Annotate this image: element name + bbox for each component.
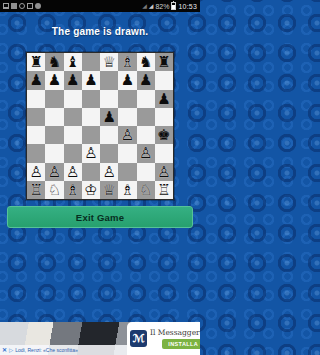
square-g7[interactable]: ♟ (137, 71, 155, 89)
square-e5[interactable]: ♟ (100, 108, 118, 126)
square-d4[interactable] (82, 126, 100, 144)
piece-black-pawn: ♟ (66, 71, 79, 89)
square-d2[interactable] (82, 163, 100, 181)
piece-white-pawn: ♙ (84, 144, 97, 162)
piece-black-rook: ♜ (157, 53, 170, 71)
piece-black-pawn: ♟ (102, 108, 115, 126)
square-d3[interactable]: ♙ (82, 144, 100, 162)
piece-white-rook: ♖ (157, 181, 170, 199)
square-a4[interactable] (27, 126, 45, 144)
ad-brand-text: Il Messaggero (150, 328, 200, 337)
game-result-text: The game is drawn. (0, 26, 200, 37)
square-f5[interactable] (118, 108, 136, 126)
square-g4[interactable] (137, 126, 155, 144)
square-f6[interactable] (118, 90, 136, 108)
square-e1[interactable]: ♕ (100, 181, 118, 199)
piece-black-bishop: ♝ (66, 53, 79, 71)
piece-white-bishop: ♗ (121, 53, 134, 71)
chess-board: ♜♞♝♕♗♞♜♟♟♟♟♟♟♟♟♙♚♙♙♙♙♙♙♙♖♘♗♔♕♗♘♖ (26, 52, 174, 200)
piece-black-pawn: ♟ (139, 71, 152, 89)
install-button[interactable]: INSTALLA (162, 339, 200, 349)
piece-white-knight: ♘ (139, 181, 152, 199)
clock-text: 10:53 (178, 3, 197, 10)
square-f1[interactable]: ♗ (118, 181, 136, 199)
piece-white-pawn: ♙ (29, 163, 42, 181)
square-a3[interactable] (27, 144, 45, 162)
square-h2[interactable]: ♙ (155, 163, 173, 181)
close-icon[interactable]: ✕ (2, 347, 7, 353)
piece-black-knight: ♞ (139, 53, 152, 71)
square-g8[interactable]: ♞ (137, 53, 155, 71)
piece-white-pawn: ♙ (66, 163, 79, 181)
square-d7[interactable]: ♟ (82, 71, 100, 89)
square-e2[interactable]: ♙ (100, 163, 118, 181)
square-e7[interactable] (100, 71, 118, 89)
square-b2[interactable]: ♙ (45, 163, 63, 181)
square-b3[interactable] (45, 144, 63, 162)
piece-white-queen: ♕ (102, 181, 115, 199)
square-c1[interactable]: ♗ (64, 181, 82, 199)
piece-white-knight: ♘ (48, 181, 61, 199)
piece-white-pawn: ♙ (157, 163, 170, 181)
ad-card[interactable]: ℳ Il Messaggero INSTALLA (127, 322, 200, 355)
square-a2[interactable]: ♙ (27, 163, 45, 181)
square-g2[interactable] (137, 163, 155, 181)
app-notification-icon (11, 3, 17, 9)
square-g6[interactable] (137, 90, 155, 108)
piece-black-knight: ♞ (48, 53, 61, 71)
square-h1[interactable]: ♖ (155, 181, 173, 199)
square-d6[interactable] (82, 90, 100, 108)
square-d8[interactable] (82, 53, 100, 71)
square-f4[interactable]: ♙ (118, 126, 136, 144)
piece-white-pawn: ♙ (48, 163, 61, 181)
square-h4[interactable]: ♚ (155, 126, 173, 144)
square-a1[interactable]: ♖ (27, 181, 45, 199)
square-e8[interactable]: ♕ (100, 53, 118, 71)
square-c2[interactable]: ♙ (64, 163, 82, 181)
ad-caption-strip: ✕ ▷ Lodi, Renzi: «Che sconfitta» (0, 345, 128, 355)
piece-black-pawn: ♟ (84, 71, 97, 89)
square-f8[interactable]: ♗ (118, 53, 136, 71)
square-d1[interactable]: ♔ (82, 181, 100, 199)
signal-icon: ◢ (149, 3, 154, 9)
square-b5[interactable] (45, 108, 63, 126)
adchoices-icon[interactable]: ▷ (9, 347, 13, 353)
square-b6[interactable] (45, 90, 63, 108)
piece-white-king: ♔ (84, 181, 97, 199)
gear-icon (35, 3, 41, 9)
square-b4[interactable] (45, 126, 63, 144)
app-notification-icon-2 (27, 3, 33, 9)
square-c5[interactable] (64, 108, 82, 126)
square-a6[interactable] (27, 90, 45, 108)
piece-black-pawn: ♟ (157, 90, 170, 108)
square-h3[interactable] (155, 144, 173, 162)
alarm-icon (19, 3, 25, 9)
piece-black-pawn: ♟ (29, 71, 42, 89)
square-a7[interactable]: ♟ (27, 71, 45, 89)
piece-white-pawn: ♙ (139, 144, 152, 162)
square-d5[interactable] (82, 108, 100, 126)
square-b8[interactable]: ♞ (45, 53, 63, 71)
square-g1[interactable]: ♘ (137, 181, 155, 199)
square-c4[interactable] (64, 126, 82, 144)
square-a8[interactable]: ♜ (27, 53, 45, 71)
square-e6[interactable] (100, 90, 118, 108)
piece-white-pawn: ♙ (102, 163, 115, 181)
square-c3[interactable] (64, 144, 82, 162)
square-h6[interactable]: ♟ (155, 90, 173, 108)
square-c7[interactable]: ♟ (64, 71, 82, 89)
status-indicators: ◢ ◢ 82% 10:53 (142, 2, 197, 10)
square-h8[interactable]: ♜ (155, 53, 173, 71)
il-messaggero-logo: ℳ (130, 330, 147, 347)
battery-icon (171, 2, 176, 10)
piece-white-bishop: ♗ (66, 181, 79, 199)
square-f3[interactable] (118, 144, 136, 162)
square-g3[interactable]: ♙ (137, 144, 155, 162)
ad-caption-text: Lodi, Renzi: «Che sconfitta» (15, 347, 78, 353)
piece-black-king: ♚ (157, 126, 170, 144)
wifi-icon: ◢ (142, 3, 147, 9)
square-b7[interactable]: ♟ (45, 71, 63, 89)
square-c8[interactable]: ♝ (64, 53, 82, 71)
piece-black-rook: ♜ (29, 53, 42, 71)
status-bar: ◢ ◢ 82% 10:53 (0, 0, 200, 12)
ad-banner[interactable]: ✕ ▷ Lodi, Renzi: «Che sconfitta» ℳ Il Me… (0, 322, 200, 355)
square-g5[interactable] (137, 108, 155, 126)
screenshot-icon (3, 3, 9, 9)
exit-game-button[interactable]: Exit Game (7, 206, 193, 228)
piece-black-pawn: ♟ (48, 71, 61, 89)
square-f7[interactable]: ♟ (118, 71, 136, 89)
square-h5[interactable] (155, 108, 173, 126)
notification-icons (3, 3, 41, 9)
piece-black-pawn: ♟ (121, 71, 134, 89)
square-f2[interactable] (118, 163, 136, 181)
square-a5[interactable] (27, 108, 45, 126)
square-b1[interactable]: ♘ (45, 181, 63, 199)
square-e3[interactable] (100, 144, 118, 162)
piece-white-bishop: ♗ (121, 181, 134, 199)
battery-percent: 82% (155, 3, 169, 10)
square-h7[interactable] (155, 71, 173, 89)
piece-white-pawn: ♙ (121, 126, 134, 144)
piece-white-rook: ♖ (29, 181, 42, 199)
piece-white-queen: ♕ (102, 53, 115, 71)
square-c6[interactable] (64, 90, 82, 108)
square-e4[interactable] (100, 126, 118, 144)
